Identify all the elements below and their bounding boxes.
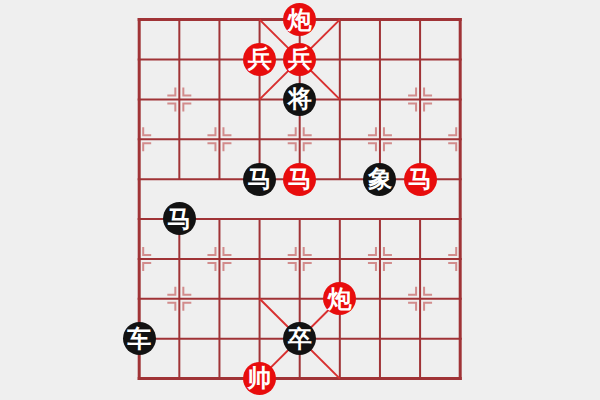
black-elephant-piece[interactable]: 象 [363,163,396,196]
red-general-piece[interactable]: 帅 [243,362,276,395]
black-horse-piece[interactable]: 马 [243,163,276,196]
xiangqi-piece-layer: 炮兵兵将马马象马马炮车卒帅 [119,0,480,398]
red-soldier-piece[interactable]: 兵 [283,43,316,76]
xiangqi-board-screenshot: 炮兵兵将马马象马马炮车卒帅 [0,0,600,400]
red-horse-piece[interactable]: 马 [404,163,437,196]
black-soldier-piece[interactable]: 卒 [283,322,316,355]
red-cannon-piece[interactable]: 炮 [283,3,316,36]
red-horse-piece[interactable]: 马 [283,163,316,196]
black-horse-piece[interactable]: 马 [163,202,196,235]
red-soldier-piece[interactable]: 兵 [243,43,276,76]
red-cannon-piece[interactable]: 炮 [323,282,356,315]
black-chariot-piece[interactable]: 车 [123,322,156,355]
black-general-piece[interactable]: 将 [283,83,316,116]
